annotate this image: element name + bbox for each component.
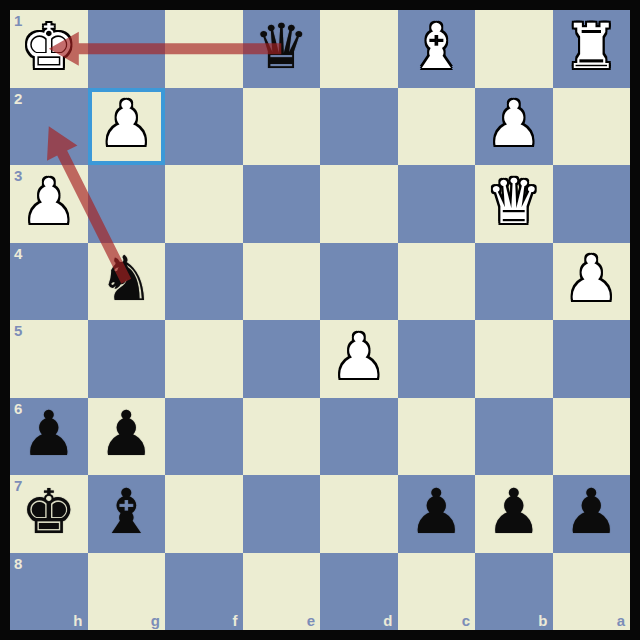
square-d1[interactable]: [320, 10, 398, 88]
square-d5[interactable]: ♟: [320, 320, 398, 398]
white-pawn[interactable]: ♟: [486, 93, 542, 155]
square-f5[interactable]: [165, 320, 243, 398]
square-h8[interactable]: 8h: [10, 553, 88, 631]
rank-label-4: 4: [14, 245, 22, 262]
square-c3[interactable]: [398, 165, 476, 243]
square-h7[interactable]: 7♚: [10, 475, 88, 553]
square-g7[interactable]: ♝: [88, 475, 166, 553]
file-label-e: e: [307, 612, 315, 629]
board-grid: 1♚♛♝♜2♟♟3♟♛4♞♟5♟6♟♟7♚♝♟♟♟8hgfedcba: [10, 10, 630, 630]
rank-label-5: 5: [14, 322, 22, 339]
square-a5[interactable]: [553, 320, 631, 398]
square-g5[interactable]: [88, 320, 166, 398]
file-label-a: a: [617, 612, 625, 629]
square-a1[interactable]: ♜: [553, 10, 631, 88]
white-pawn[interactable]: ♟: [563, 248, 619, 310]
square-e5[interactable]: [243, 320, 321, 398]
white-queen[interactable]: ♛: [486, 171, 542, 233]
square-h1[interactable]: 1♚: [10, 10, 88, 88]
black-queen[interactable]: ♛: [253, 16, 309, 78]
square-g4[interactable]: ♞: [88, 243, 166, 321]
rank-label-2: 2: [14, 90, 22, 107]
square-b3[interactable]: ♛: [475, 165, 553, 243]
file-label-h: h: [73, 612, 82, 629]
square-c5[interactable]: [398, 320, 476, 398]
black-pawn[interactable]: ♟: [408, 481, 464, 543]
square-e1[interactable]: ♛: [243, 10, 321, 88]
black-pawn[interactable]: ♟: [98, 403, 154, 465]
square-b7[interactable]: ♟: [475, 475, 553, 553]
square-a6[interactable]: [553, 398, 631, 476]
square-e6[interactable]: [243, 398, 321, 476]
square-h2[interactable]: 2: [10, 88, 88, 166]
square-f1[interactable]: [165, 10, 243, 88]
square-f6[interactable]: [165, 398, 243, 476]
square-b2[interactable]: ♟: [475, 88, 553, 166]
square-d7[interactable]: [320, 475, 398, 553]
square-g6[interactable]: ♟: [88, 398, 166, 476]
square-a7[interactable]: ♟: [553, 475, 631, 553]
white-bishop[interactable]: ♝: [408, 16, 464, 78]
square-h4[interactable]: 4: [10, 243, 88, 321]
square-c1[interactable]: ♝: [398, 10, 476, 88]
square-b8[interactable]: b: [475, 553, 553, 631]
square-e4[interactable]: [243, 243, 321, 321]
square-d3[interactable]: [320, 165, 398, 243]
white-pawn[interactable]: ♟: [21, 171, 77, 233]
square-g2[interactable]: ♟: [88, 88, 166, 166]
square-f3[interactable]: [165, 165, 243, 243]
black-pawn[interactable]: ♟: [563, 481, 619, 543]
white-pawn[interactable]: ♟: [98, 93, 154, 155]
square-b4[interactable]: [475, 243, 553, 321]
square-d2[interactable]: [320, 88, 398, 166]
file-label-f: f: [233, 612, 238, 629]
square-h5[interactable]: 5: [10, 320, 88, 398]
black-pawn[interactable]: ♟: [21, 403, 77, 465]
file-label-g: g: [151, 612, 160, 629]
square-f2[interactable]: [165, 88, 243, 166]
square-d8[interactable]: d: [320, 553, 398, 631]
file-label-b: b: [538, 612, 547, 629]
square-f8[interactable]: f: [165, 553, 243, 631]
square-e2[interactable]: [243, 88, 321, 166]
square-e3[interactable]: [243, 165, 321, 243]
square-f7[interactable]: [165, 475, 243, 553]
chess-board: 1♚♛♝♜2♟♟3♟♛4♞♟5♟6♟♟7♚♝♟♟♟8hgfedcba: [10, 10, 630, 630]
black-king[interactable]: ♚: [21, 481, 77, 543]
file-label-d: d: [383, 612, 392, 629]
file-label-c: c: [462, 612, 470, 629]
square-c4[interactable]: [398, 243, 476, 321]
square-c8[interactable]: c: [398, 553, 476, 631]
square-f4[interactable]: [165, 243, 243, 321]
square-b5[interactable]: [475, 320, 553, 398]
rank-label-8: 8: [14, 555, 22, 572]
square-h3[interactable]: 3♟: [10, 165, 88, 243]
square-h6[interactable]: 6♟: [10, 398, 88, 476]
square-b1[interactable]: [475, 10, 553, 88]
white-king[interactable]: ♚: [21, 16, 77, 78]
square-g1[interactable]: [88, 10, 166, 88]
square-b6[interactable]: [475, 398, 553, 476]
square-g8[interactable]: g: [88, 553, 166, 631]
square-d4[interactable]: [320, 243, 398, 321]
square-a4[interactable]: ♟: [553, 243, 631, 321]
square-a3[interactable]: [553, 165, 631, 243]
square-d6[interactable]: [320, 398, 398, 476]
square-g3[interactable]: [88, 165, 166, 243]
square-e8[interactable]: e: [243, 553, 321, 631]
square-c2[interactable]: [398, 88, 476, 166]
white-rook[interactable]: ♜: [563, 16, 619, 78]
black-knight[interactable]: ♞: [98, 248, 154, 310]
black-pawn[interactable]: ♟: [486, 481, 542, 543]
square-c7[interactable]: ♟: [398, 475, 476, 553]
square-e7[interactable]: [243, 475, 321, 553]
black-bishop[interactable]: ♝: [98, 481, 154, 543]
square-a2[interactable]: [553, 88, 631, 166]
square-a8[interactable]: a: [553, 553, 631, 631]
white-pawn[interactable]: ♟: [331, 326, 387, 388]
square-c6[interactable]: [398, 398, 476, 476]
